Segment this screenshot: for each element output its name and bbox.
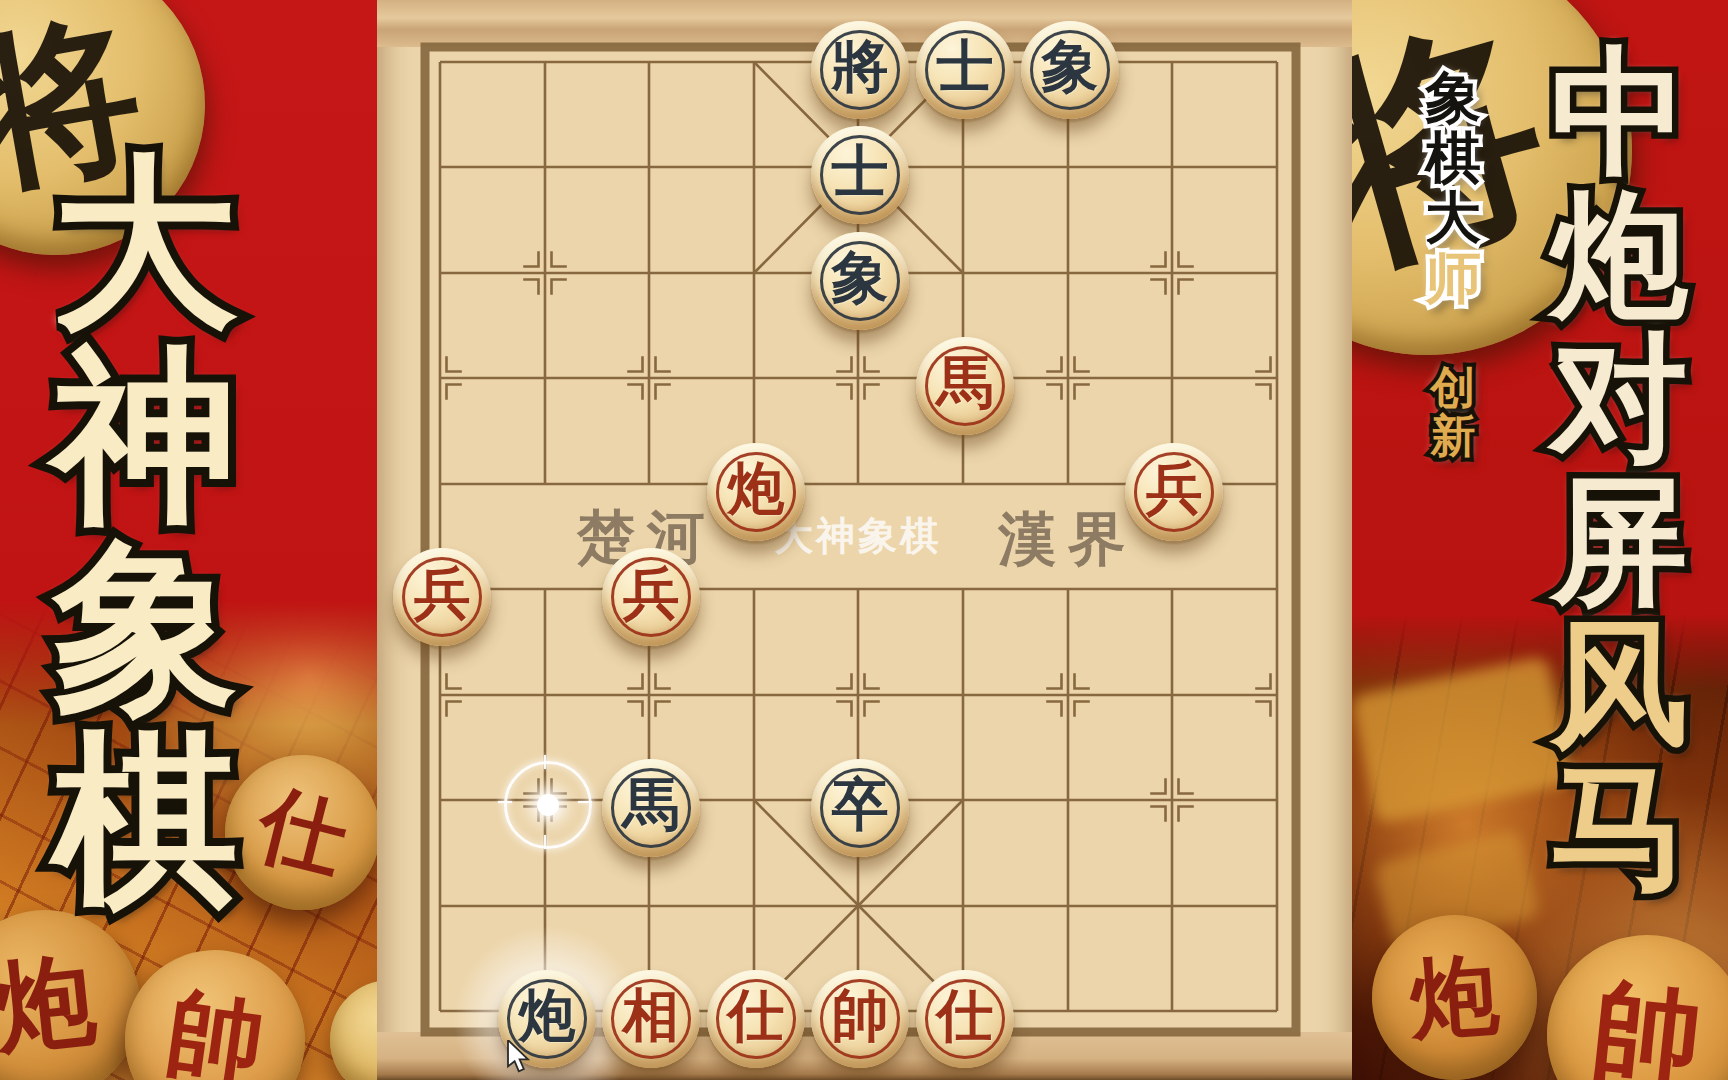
piece-black-馬[interactable]: 馬 — [602, 759, 700, 857]
piece-glyph: 仕 — [707, 970, 805, 1068]
banner-char: 炮 — [1550, 184, 1688, 327]
piece-black-卒[interactable]: 卒 — [811, 759, 909, 857]
banner-char: 大 — [1425, 188, 1481, 248]
banner-char: 风 — [1550, 613, 1688, 756]
banner-char: 大 — [52, 148, 238, 340]
piece-glyph: 象 — [811, 232, 909, 330]
piece-glyph: 象 — [1021, 21, 1119, 119]
piece-glyph: 相 — [602, 970, 700, 1068]
piece-glyph: 馬 — [916, 337, 1014, 435]
piece-glyph: 馬 — [602, 759, 700, 857]
piece-red-兵[interactable]: 兵 — [602, 548, 700, 646]
piece-glyph: 兵 — [1125, 443, 1223, 541]
right-subtitle: 象棋大师 — [1423, 68, 1483, 308]
banner-char: 师 — [1425, 248, 1481, 308]
banner-char: 棋 — [52, 724, 238, 916]
piece-glyph: 士 — [916, 21, 1014, 119]
piece-red-仕[interactable]: 仕 — [916, 970, 1014, 1068]
piece-glyph: 兵 — [393, 548, 491, 646]
piece-black-士[interactable]: 士 — [811, 126, 909, 224]
piece-red-馬[interactable]: 馬 — [916, 337, 1014, 435]
piece-black-象[interactable]: 象 — [1021, 21, 1119, 119]
left-title: 大神象棋 — [50, 148, 240, 916]
piece-glyph: 炮 — [707, 443, 805, 541]
xiangqi-app-screenshot: 楚河漢界大神象棋 將士象士象馬炮兵兵兵馬卒炮相仕帥仕 将 仕 炮 帥 大神象棋 … — [0, 0, 1728, 1080]
right-title: 中炮对屏风马 — [1548, 41, 1690, 899]
piece-red-兵[interactable]: 兵 — [393, 548, 491, 646]
piece-red-帥[interactable]: 帥 — [811, 970, 909, 1068]
piece-glyph: 士 — [811, 126, 909, 224]
piece-black-將[interactable]: 將 — [811, 21, 909, 119]
piece-glyph: 帥 — [811, 970, 909, 1068]
right-badge: 创新 — [1429, 364, 1477, 460]
banner-char: 神 — [52, 340, 238, 532]
piece-glyph: 仕 — [916, 970, 1014, 1068]
banner-char: 创 — [1431, 364, 1476, 412]
piece-red-兵[interactable]: 兵 — [1125, 443, 1223, 541]
piece-glyph: 將 — [811, 21, 909, 119]
piece-black-士[interactable]: 士 — [916, 21, 1014, 119]
piece-red-炮[interactable]: 炮 — [707, 443, 805, 541]
banner-char: 马 — [1550, 756, 1688, 899]
mouse-cursor — [506, 1040, 536, 1074]
piece-red-仕[interactable]: 仕 — [707, 970, 805, 1068]
banner-char: 棋 — [1425, 128, 1481, 188]
piece-glyph: 卒 — [811, 759, 909, 857]
piece-glyph: 兵 — [602, 548, 700, 646]
banner-char: 象 — [1425, 68, 1481, 128]
banner-char: 象 — [52, 532, 238, 724]
banner-char: 中 — [1550, 41, 1688, 184]
banner-char: 新 — [1431, 412, 1476, 460]
piece-red-相[interactable]: 相 — [602, 970, 700, 1068]
piece-black-象[interactable]: 象 — [811, 232, 909, 330]
banner-char: 对 — [1550, 327, 1688, 470]
banner-char: 屏 — [1550, 470, 1688, 613]
